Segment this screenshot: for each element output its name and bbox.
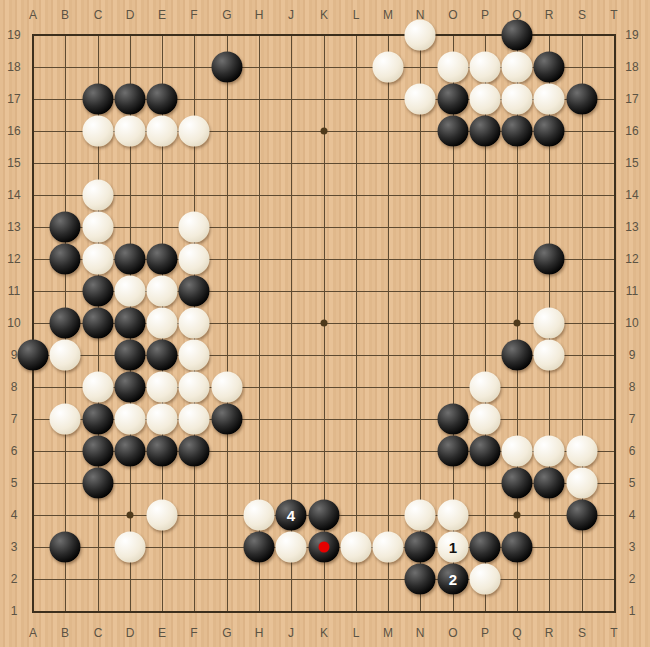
stone-white-P7[interactable] [470,404,501,435]
stone-black-Q3[interactable] [502,532,533,563]
stone-white-O3-move-1[interactable]: 1 [438,532,469,563]
col-label-bottom-A: A [29,626,37,640]
col-label-bottom-L: L [353,626,360,640]
stone-white-P17[interactable] [470,84,501,115]
stone-black-E6[interactable] [147,436,178,467]
stone-black-B12[interactable] [50,244,81,275]
stone-white-F13[interactable] [179,212,210,243]
col-label-top-B: B [61,8,69,22]
stone-black-O6[interactable] [438,436,469,467]
stone-white-C13[interactable] [83,212,114,243]
col-label-top-J: J [288,8,294,22]
stone-white-M18[interactable] [373,52,404,83]
row-label-right-7: 7 [629,412,636,426]
row-label-right-2: 2 [629,572,636,586]
stone-black-B13[interactable] [50,212,81,243]
row-label-left-2: 2 [11,572,18,586]
col-label-top-L: L [353,8,360,22]
row-label-left-8: 8 [11,380,18,394]
stone-white-B9[interactable] [50,340,81,371]
stone-black-D12[interactable] [115,244,146,275]
stone-black-J4-move-4[interactable]: 4 [276,500,307,531]
col-label-bottom-E: E [158,626,166,640]
stone-black-Q16[interactable] [502,116,533,147]
row-label-left-14: 14 [7,188,20,202]
row-label-right-16: 16 [625,124,638,138]
row-label-right-11: 11 [626,284,638,298]
stone-white-O18[interactable] [438,52,469,83]
stone-black-C11[interactable] [83,276,114,307]
col-label-top-E: E [158,8,166,22]
stone-white-F16[interactable] [179,116,210,147]
stone-black-P6[interactable] [470,436,501,467]
stone-black-E17[interactable] [147,84,178,115]
go-board-diagram: AABBCCDDEEFFGGHHJJKKLLMMNNOOPPQQRRSSTT19… [0,0,650,647]
star-point [321,320,328,327]
stone-black-H3[interactable] [244,532,275,563]
stone-white-E7[interactable] [147,404,178,435]
stone-black-S17[interactable] [567,84,598,115]
stone-black-N3[interactable] [405,532,436,563]
row-label-left-16: 16 [7,124,20,138]
stone-black-F6[interactable] [179,436,210,467]
col-label-bottom-D: D [126,626,135,640]
row-label-left-4: 4 [11,508,18,522]
stone-black-G7[interactable] [212,404,243,435]
stone-white-P2[interactable] [470,564,501,595]
row-label-left-3: 3 [11,540,18,554]
stone-white-J3[interactable] [276,532,307,563]
star-point [127,512,134,519]
stone-white-E8[interactable] [147,372,178,403]
row-label-right-8: 8 [629,380,636,394]
row-label-left-6: 6 [11,444,18,458]
col-label-bottom-Q: Q [512,626,521,640]
stone-white-B7[interactable] [50,404,81,435]
stone-white-R9[interactable] [534,340,565,371]
star-point [514,512,521,519]
stone-white-N19[interactable] [405,20,436,51]
col-label-top-C: C [94,8,103,22]
stone-white-O4[interactable] [438,500,469,531]
col-label-bottom-J: J [288,626,294,640]
stone-black-E9[interactable] [147,340,178,371]
row-label-left-12: 12 [7,252,20,266]
col-label-bottom-K: K [320,626,328,640]
stone-white-N17[interactable] [405,84,436,115]
stone-black-B3[interactable] [50,532,81,563]
stone-white-Q17[interactable] [502,84,533,115]
stone-black-D9[interactable] [115,340,146,371]
stone-black-O17[interactable] [438,84,469,115]
col-label-bottom-R: R [545,626,554,640]
stone-white-F9[interactable] [179,340,210,371]
row-label-right-17: 17 [625,92,638,106]
row-label-right-5: 5 [629,476,636,490]
row-label-left-18: 18 [7,60,20,74]
stone-white-E16[interactable] [147,116,178,147]
row-label-left-15: 15 [7,156,20,170]
stone-black-E12[interactable] [147,244,178,275]
stone-black-D6[interactable] [115,436,146,467]
row-label-left-7: 7 [11,412,18,426]
stone-white-F8[interactable] [179,372,210,403]
stone-white-F12[interactable] [179,244,210,275]
col-label-top-P: P [481,8,489,22]
col-label-top-K: K [320,8,328,22]
stone-white-M3[interactable] [373,532,404,563]
col-label-bottom-N: N [416,626,425,640]
stone-black-K4[interactable] [309,500,340,531]
col-label-bottom-G: G [222,626,231,640]
col-label-bottom-C: C [94,626,103,640]
stone-black-R18[interactable] [534,52,565,83]
row-label-right-13: 13 [625,220,638,234]
row-label-left-19: 19 [7,28,20,42]
row-label-left-5: 5 [11,476,18,490]
stone-white-L3[interactable] [341,532,372,563]
col-label-bottom-F: F [190,626,197,640]
stone-white-Q6[interactable] [502,436,533,467]
stone-black-Q5[interactable] [502,468,533,499]
stone-black-O7[interactable] [438,404,469,435]
col-label-top-F: F [190,8,197,22]
go-board[interactable]: AABBCCDDEEFFGGHHJJKKLLMMNNOOPPQQRRSSTT19… [0,0,650,647]
col-label-bottom-H: H [255,626,264,640]
stone-black-O16[interactable] [438,116,469,147]
stone-white-D3[interactable] [115,532,146,563]
col-label-top-A: A [29,8,37,22]
stone-white-P18[interactable] [470,52,501,83]
stone-white-D16[interactable] [115,116,146,147]
stone-white-F10[interactable] [179,308,210,339]
stone-black-P16[interactable] [470,116,501,147]
row-label-right-9: 9 [629,348,636,362]
col-label-top-G: G [222,8,231,22]
row-label-right-6: 6 [629,444,636,458]
row-label-right-10: 10 [625,316,638,330]
stone-white-S6[interactable] [567,436,598,467]
row-label-right-1: 1 [629,604,636,618]
stone-white-R6[interactable] [534,436,565,467]
row-label-right-4: 4 [629,508,636,522]
col-label-bottom-P: P [481,626,489,640]
col-label-top-S: S [578,8,586,22]
col-label-bottom-S: S [578,626,586,640]
stone-white-N4[interactable] [405,500,436,531]
stone-white-Q18[interactable] [502,52,533,83]
row-label-left-1: 1 [11,604,18,618]
stone-black-S4[interactable] [567,500,598,531]
stone-black-C10[interactable] [83,308,114,339]
stone-white-S5[interactable] [567,468,598,499]
stone-black-D8[interactable] [115,372,146,403]
col-label-bottom-T: T [610,626,617,640]
stone-black-D10[interactable] [115,308,146,339]
stone-white-C16[interactable] [83,116,114,147]
star-point [514,320,521,327]
col-label-bottom-B: B [61,626,69,640]
stone-black-C6[interactable] [83,436,114,467]
col-label-top-M: M [383,8,393,22]
stone-black-C5[interactable] [83,468,114,499]
stone-white-D11[interactable] [115,276,146,307]
col-label-top-H: H [255,8,264,22]
stone-black-D17[interactable] [115,84,146,115]
stone-white-D7[interactable] [115,404,146,435]
stone-white-C8[interactable] [83,372,114,403]
row-label-left-13: 13 [7,220,20,234]
stone-white-E10[interactable] [147,308,178,339]
row-label-right-12: 12 [625,252,638,266]
row-label-left-17: 17 [7,92,20,106]
col-label-top-D: D [126,8,135,22]
row-label-right-15: 15 [625,156,638,170]
row-label-left-10: 10 [7,316,20,330]
stone-black-Q19[interactable] [502,20,533,51]
last-move-marker [319,542,330,553]
stone-black-Q9[interactable] [502,340,533,371]
row-label-left-11: 11 [8,284,20,298]
stone-white-F7[interactable] [179,404,210,435]
row-label-right-18: 18 [625,60,638,74]
stone-white-G8[interactable] [212,372,243,403]
stone-white-H4[interactable] [244,500,275,531]
stone-black-N2[interactable] [405,564,436,595]
col-label-top-T: T [610,8,617,22]
stone-black-F11[interactable] [179,276,210,307]
star-point [321,128,328,135]
stone-black-C17[interactable] [83,84,114,115]
stone-black-R5[interactable] [534,468,565,499]
row-label-right-14: 14 [625,188,638,202]
row-label-left-9: 9 [11,348,18,362]
stone-black-O2-move-2[interactable]: 2 [438,564,469,595]
stone-white-C12[interactable] [83,244,114,275]
stone-black-R12[interactable] [534,244,565,275]
col-label-bottom-M: M [383,626,393,640]
stone-black-B10[interactable] [50,308,81,339]
stone-white-R17[interactable] [534,84,565,115]
stone-black-R16[interactable] [534,116,565,147]
col-label-bottom-O: O [448,626,457,640]
stone-black-K3[interactable] [309,532,340,563]
stone-black-P3[interactable] [470,532,501,563]
col-label-top-R: R [545,8,554,22]
stone-white-C14[interactable] [83,180,114,211]
stone-white-P8[interactable] [470,372,501,403]
stone-black-G18[interactable] [212,52,243,83]
row-label-right-19: 19 [625,28,638,42]
stone-white-R10[interactable] [534,308,565,339]
stone-black-C7[interactable] [83,404,114,435]
stone-black-A9[interactable] [18,340,49,371]
row-label-right-3: 3 [629,540,636,554]
col-label-top-O: O [448,8,457,22]
stone-white-E11[interactable] [147,276,178,307]
stone-white-E4[interactable] [147,500,178,531]
